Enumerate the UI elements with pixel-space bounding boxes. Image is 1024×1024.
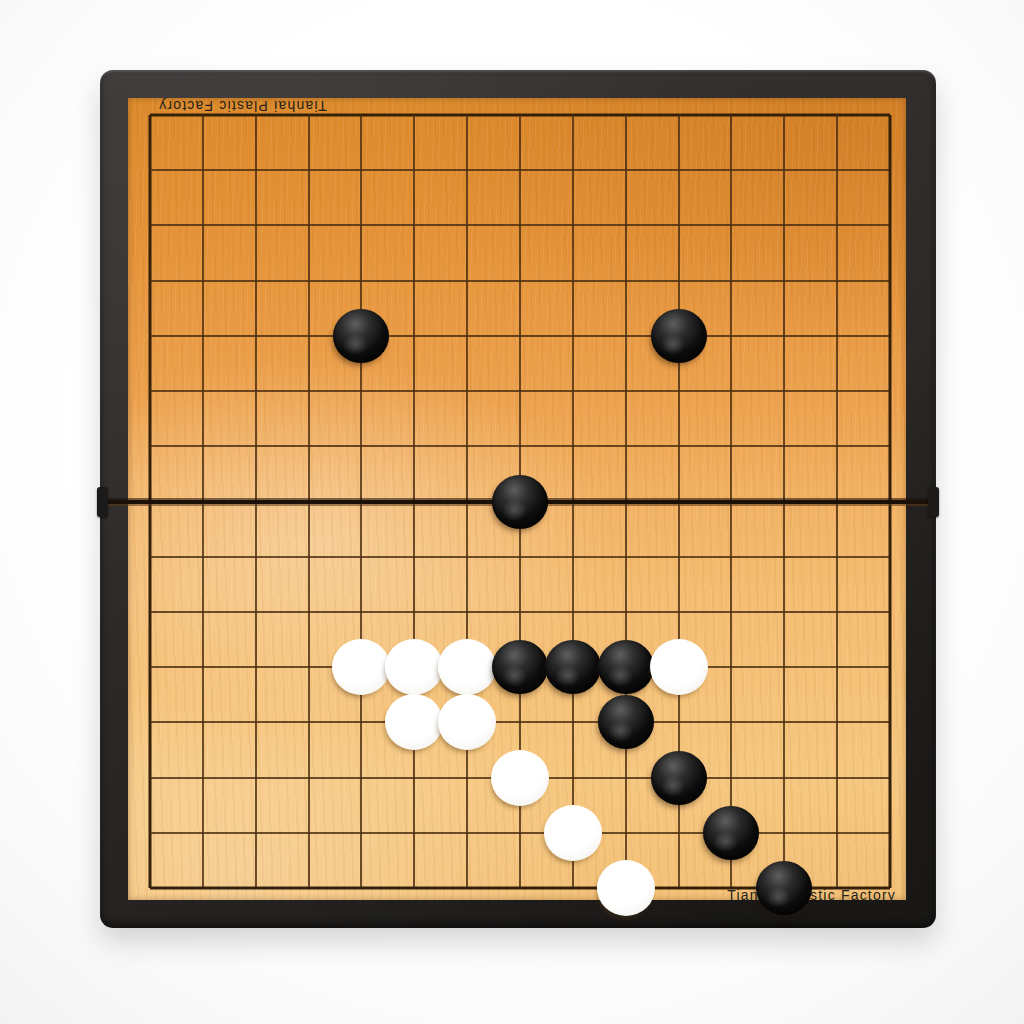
stone-black[interactable]: [333, 309, 389, 363]
grid-line-horizontal: [150, 611, 890, 613]
photo-background: Tianhai Plastic Factory Tianhai Plastic …: [0, 0, 1024, 1024]
stone-white[interactable]: [332, 639, 390, 695]
stone-white[interactable]: [491, 750, 549, 806]
stone-black[interactable]: [492, 640, 548, 694]
stone-black[interactable]: [703, 806, 759, 860]
stone-white[interactable]: [438, 694, 496, 750]
hinge-right: [928, 487, 939, 517]
stone-black[interactable]: [598, 695, 654, 749]
folding-go-board: Tianhai Plastic Factory Tianhai Plastic …: [100, 70, 936, 928]
stone-black[interactable]: [651, 309, 707, 363]
grid-line-horizontal: [150, 556, 890, 558]
stone-black[interactable]: [492, 475, 548, 529]
stone-white[interactable]: [597, 860, 655, 916]
stone-white[interactable]: [385, 694, 443, 750]
grid-line-horizontal: [150, 832, 890, 834]
stone-white[interactable]: [438, 639, 496, 695]
hinge-left: [97, 487, 108, 517]
stone-white[interactable]: [385, 639, 443, 695]
factory-label-top: Tianhai Plastic Factory: [158, 98, 327, 114]
stone-black[interactable]: [545, 640, 601, 694]
frame-underside: [110, 920, 926, 932]
stone-white[interactable]: [650, 639, 708, 695]
stone-black[interactable]: [651, 751, 707, 805]
stone-black[interactable]: [598, 640, 654, 694]
stone-black[interactable]: [756, 861, 812, 915]
stone-white[interactable]: [544, 805, 602, 861]
grid-line-horizontal: [150, 721, 890, 723]
